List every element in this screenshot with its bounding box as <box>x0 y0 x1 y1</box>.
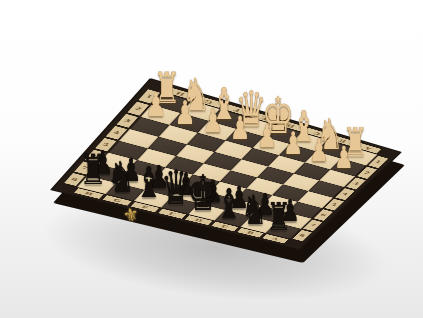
chess-set-photo: HGFEDCBA1122334455667788HGFEDCBA ♜♞♝♛♚♝♞… <box>0 0 423 318</box>
